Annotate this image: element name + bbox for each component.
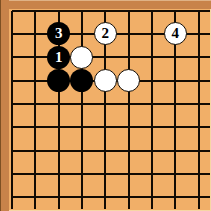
board-grid: 3241 <box>9 9 210 209</box>
board-intersection[interactable] <box>140 139 163 162</box>
board-intersection[interactable] <box>117 186 140 209</box>
board-intersection[interactable] <box>117 116 140 139</box>
board-intersection[interactable] <box>164 139 187 162</box>
move-number-label: 3 <box>55 26 63 41</box>
board-intersection[interactable] <box>164 9 187 22</box>
board-intersection[interactable] <box>164 46 187 69</box>
board-intersection[interactable] <box>24 92 47 115</box>
board-intersection[interactable] <box>164 69 187 92</box>
go-board: 3241 <box>9 9 211 211</box>
board-intersection[interactable] <box>164 186 187 209</box>
move-number-label: 4 <box>172 26 180 41</box>
board-intersection[interactable] <box>117 139 140 162</box>
board-intersection[interactable] <box>187 116 210 139</box>
board-intersection[interactable] <box>24 186 47 209</box>
board-intersection[interactable] <box>187 92 210 115</box>
white-stone <box>70 46 93 69</box>
board-intersection[interactable] <box>9 116 24 139</box>
board-intersection[interactable] <box>24 162 47 185</box>
black-stone <box>70 69 93 92</box>
board-intersection[interactable] <box>70 116 93 139</box>
board-intersection[interactable] <box>47 162 70 185</box>
board-intersection[interactable] <box>187 186 210 209</box>
board-intersection[interactable]: 2 <box>94 22 117 45</box>
board-intersection[interactable] <box>94 139 117 162</box>
board-intersection[interactable] <box>117 92 140 115</box>
board-intersection[interactable] <box>94 69 117 92</box>
board-intersection[interactable] <box>94 116 117 139</box>
move-number-label: 2 <box>102 26 110 41</box>
board-intersection[interactable] <box>140 92 163 115</box>
board-intersection[interactable] <box>70 92 93 115</box>
board-intersection[interactable] <box>47 69 70 92</box>
board-intersection[interactable] <box>94 9 117 22</box>
board-intersection[interactable] <box>9 9 24 22</box>
board-intersection[interactable] <box>24 69 47 92</box>
black-stone: 1 <box>47 46 70 69</box>
board-intersection[interactable] <box>70 186 93 209</box>
board-intersection[interactable] <box>187 46 210 69</box>
board-intersection[interactable] <box>187 162 210 185</box>
board-intersection[interactable] <box>9 186 24 209</box>
board-intersection[interactable] <box>47 186 70 209</box>
board-intersection[interactable] <box>94 46 117 69</box>
board-intersection[interactable] <box>117 69 140 92</box>
board-intersection[interactable] <box>24 139 47 162</box>
board-intersection[interactable] <box>70 22 93 45</box>
board-intersection[interactable] <box>140 116 163 139</box>
white-stone <box>94 69 117 92</box>
white-stone: 4 <box>164 22 187 45</box>
board-intersection[interactable] <box>70 69 93 92</box>
board-intersection[interactable] <box>70 139 93 162</box>
board-intersection[interactable] <box>117 9 140 22</box>
board-intersection[interactable]: 1 <box>47 46 70 69</box>
board-intersection[interactable] <box>164 116 187 139</box>
board-frame-top-edge <box>0 0 211 9</box>
board-intersection[interactable] <box>9 22 24 45</box>
board-intersection[interactable] <box>140 46 163 69</box>
board-intersection[interactable] <box>117 46 140 69</box>
board-intersection[interactable] <box>70 46 93 69</box>
board-intersection[interactable] <box>47 9 70 22</box>
move-number-label: 1 <box>55 50 63 65</box>
board-intersection[interactable] <box>164 92 187 115</box>
board-intersection[interactable] <box>70 9 93 22</box>
board-intersection[interactable] <box>24 9 47 22</box>
board-intersection[interactable] <box>187 139 210 162</box>
black-stone: 3 <box>47 22 70 45</box>
white-stone <box>117 69 140 92</box>
board-intersection[interactable] <box>9 162 24 185</box>
image-cut-edge-right <box>210 9 211 211</box>
board-intersection[interactable] <box>94 92 117 115</box>
black-stone <box>47 69 70 92</box>
board-intersection[interactable] <box>164 162 187 185</box>
board-intersection[interactable] <box>47 139 70 162</box>
board-intersection[interactable] <box>117 22 140 45</box>
board-intersection[interactable] <box>140 9 163 22</box>
board-intersection[interactable] <box>187 69 210 92</box>
board-intersection[interactable] <box>117 162 140 185</box>
board-intersection[interactable] <box>24 46 47 69</box>
image-cut-edge-bottom <box>9 210 211 211</box>
board-intersection[interactable] <box>24 116 47 139</box>
board-intersection[interactable] <box>24 22 47 45</box>
board-intersection[interactable] <box>9 139 24 162</box>
board-frame-left-edge <box>0 0 9 211</box>
white-stone: 2 <box>94 22 117 45</box>
board-intersection[interactable] <box>140 69 163 92</box>
board-intersection[interactable] <box>187 22 210 45</box>
board-intersection[interactable] <box>9 92 24 115</box>
board-intersection[interactable] <box>94 186 117 209</box>
board-intersection[interactable] <box>70 162 93 185</box>
board-intersection[interactable] <box>140 186 163 209</box>
board-intersection[interactable] <box>140 22 163 45</box>
board-intersection[interactable] <box>9 69 24 92</box>
board-intersection[interactable] <box>187 9 210 22</box>
board-intersection[interactable] <box>140 162 163 185</box>
board-intersection[interactable] <box>9 46 24 69</box>
board-intersection[interactable] <box>47 116 70 139</box>
board-intersection[interactable]: 3 <box>47 22 70 45</box>
board-intersection[interactable] <box>47 92 70 115</box>
go-diagram: 3241 <box>0 0 211 211</box>
board-intersection[interactable] <box>94 162 117 185</box>
board-intersection[interactable]: 4 <box>164 22 187 45</box>
